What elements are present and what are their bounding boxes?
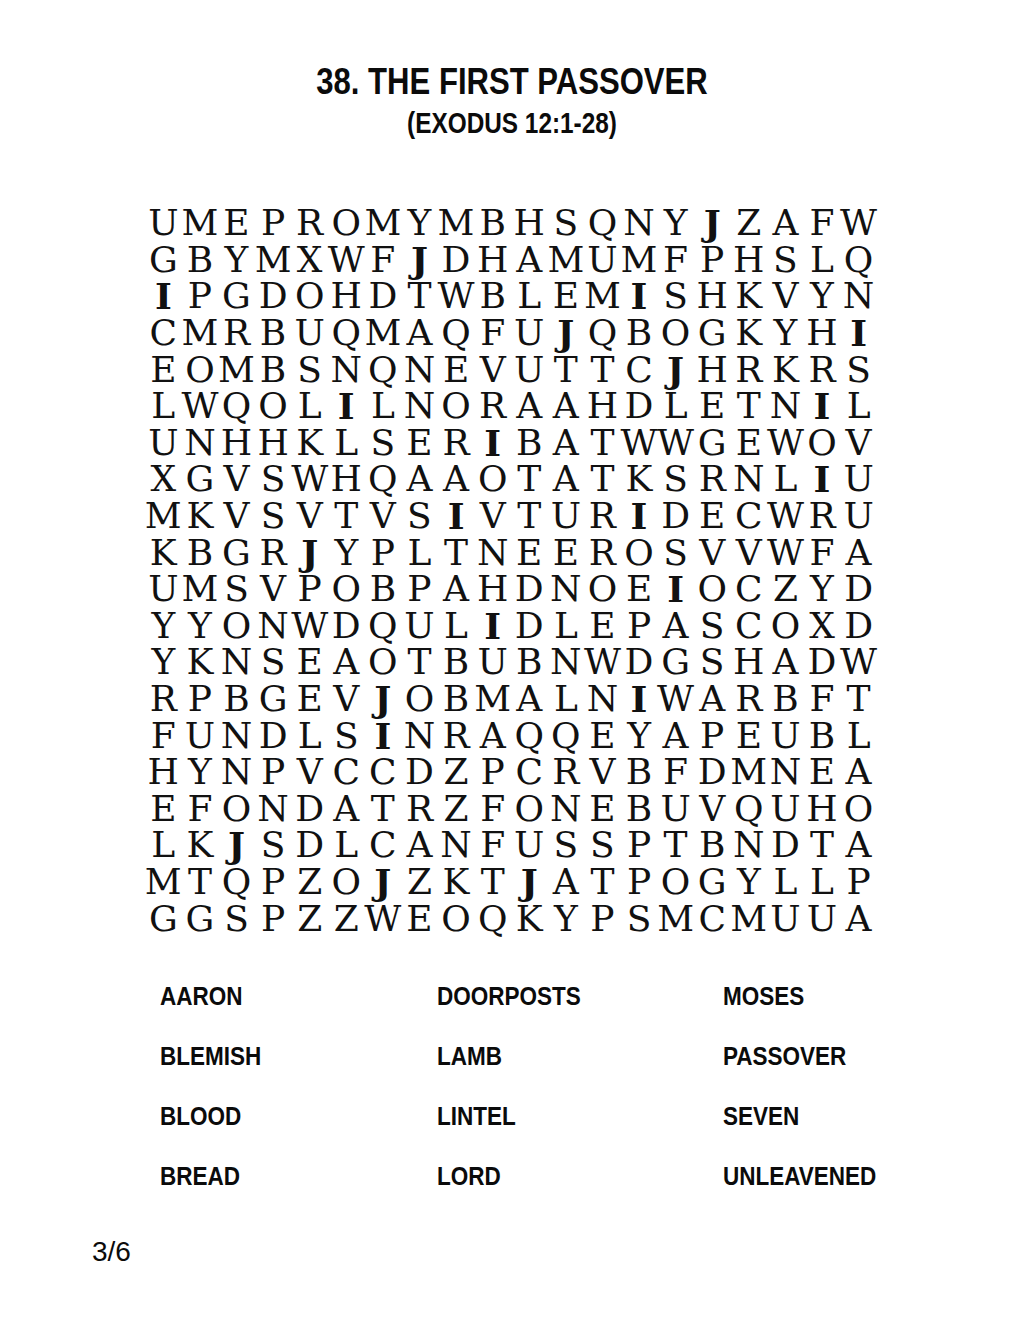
grid-cell-r5c7: Q [365, 351, 402, 388]
grid-cell-r18c7: C [365, 827, 402, 864]
grid-cell-r13c10: U [474, 644, 511, 681]
grid-cell-r6c5: L [291, 388, 328, 425]
grid-cell-r5c17: R [731, 351, 768, 388]
grid-cell-r6c13: H [584, 388, 621, 425]
grid-cell-r19c14: P [621, 864, 658, 901]
word-aaron: AARON [160, 966, 261, 1026]
grid-cell-r6c10: R [474, 388, 511, 425]
grid-cell-r17c2: F [182, 791, 219, 828]
grid-cell-r10c5: J [291, 534, 328, 571]
grid-cell-r19c9: K [438, 864, 475, 901]
word-lintel: LINTEL [437, 1086, 581, 1146]
grid-cell-r15c9: R [438, 717, 475, 754]
grid-cell-r17c10: F [474, 791, 511, 828]
word-unleavened: UNLEAVENED [723, 1146, 876, 1206]
grid-cell-r14c19: F [804, 681, 841, 718]
grid-cell-r1c18: A [767, 205, 804, 242]
grid-cell-r12c13: E [584, 608, 621, 645]
grid-cell-r8c18: L [767, 461, 804, 498]
grid-cell-r2c10: H [474, 242, 511, 279]
grid-cell-r7c20: V [840, 425, 877, 462]
grid-cell-r13c11: B [511, 644, 548, 681]
grid-cell-r9c16: E [694, 498, 731, 535]
grid-cell-r1c12: S [548, 205, 585, 242]
word-bread: BREAD [160, 1146, 261, 1206]
grid-cell-r17c15: U [657, 791, 694, 828]
grid-cell-r11c8: P [401, 571, 438, 608]
grid-cell-r17c20: O [840, 791, 877, 828]
grid-cell-r12c8: U [401, 608, 438, 645]
grid-cell-r16c18: N [767, 754, 804, 791]
grid-cell-r3c8: T [401, 278, 438, 315]
grid-cell-r7c3: H [218, 425, 255, 462]
grid-cell-r8c19: I [804, 461, 841, 498]
grid-cell-r4c12: J [548, 315, 585, 352]
grid-cell-r6c6: I [328, 388, 365, 425]
grid-cell-r16c14: B [621, 754, 658, 791]
grid-cell-r6c15: L [657, 388, 694, 425]
grid-cell-r12c19: X [804, 608, 841, 645]
grid-cell-r5c20: S [840, 351, 877, 388]
grid-cell-r12c10: I [474, 608, 511, 645]
grid-cell-r13c20: W [840, 644, 877, 681]
grid-cell-r1c4: P [255, 205, 292, 242]
grid-cell-r13c13: W [584, 644, 621, 681]
word-doorposts: DOORPOSTS [437, 966, 581, 1026]
grid-cell-r13c4: S [255, 644, 292, 681]
grid-cell-r14c2: P [182, 681, 219, 718]
grid-cell-r14c8: O [401, 681, 438, 718]
grid-cell-r13c14: D [621, 644, 658, 681]
grid-cell-r2c9: D [438, 242, 475, 279]
grid-cell-r11c1: U [145, 571, 182, 608]
grid-cell-r3c5: O [291, 278, 328, 315]
grid-cell-r5c8: N [401, 351, 438, 388]
grid-cell-r17c18: U [767, 791, 804, 828]
grid-cell-r11c12: N [548, 571, 585, 608]
grid-cell-r5c19: R [804, 351, 841, 388]
grid-cell-r12c1: Y [145, 608, 182, 645]
grid-cell-r2c13: U [584, 242, 621, 279]
grid-cell-r19c10: T [474, 864, 511, 901]
grid-cell-r3c17: K [731, 278, 768, 315]
grid-cell-r1c10: B [474, 205, 511, 242]
grid-cell-r7c14: W [621, 425, 658, 462]
grid-cell-r11c14: E [621, 571, 658, 608]
grid-cell-r13c6: A [328, 644, 365, 681]
grid-cell-r4c17: K [731, 315, 768, 352]
grid-cell-r1c16: J [694, 205, 731, 242]
grid-cell-r8c12: A [548, 461, 585, 498]
grid-cell-r9c2: K [182, 498, 219, 535]
grid-cell-r19c5: Z [291, 864, 328, 901]
grid-cell-r10c10: N [474, 534, 511, 571]
grid-cell-r14c16: A [694, 681, 731, 718]
grid-cell-r12c4: N [255, 608, 292, 645]
grid-cell-r6c8: N [401, 388, 438, 425]
grid-cell-r1c20: W [840, 205, 877, 242]
grid-cell-r1c9: M [438, 205, 475, 242]
grid-cell-r13c16: S [694, 644, 731, 681]
grid-cell-r5c12: T [548, 351, 585, 388]
grid-cell-r10c15: S [657, 534, 694, 571]
grid-cell-r18c4: S [255, 827, 292, 864]
grid-cell-r8c5: W [291, 461, 328, 498]
grid-cell-r17c1: E [145, 791, 182, 828]
grid-cell-r7c11: B [511, 425, 548, 462]
grid-cell-r10c7: P [365, 534, 402, 571]
grid-cell-r2c11: A [511, 242, 548, 279]
grid-cell-r18c11: U [511, 827, 548, 864]
grid-cell-r4c18: Y [767, 315, 804, 352]
grid-cell-r3c12: E [548, 278, 585, 315]
grid-cell-r2c8: J [401, 242, 438, 279]
grid-cell-r19c16: G [694, 864, 731, 901]
grid-cell-r6c9: O [438, 388, 475, 425]
grid-cell-r20c2: G [182, 900, 219, 937]
page-subtitle: (EXODUS 12:1-28) [82, 106, 942, 140]
grid-cell-r9c13: R [584, 498, 621, 535]
grid-cell-r5c14: C [621, 351, 658, 388]
grid-cell-r2c15: F [657, 242, 694, 279]
grid-cell-r14c14: I [621, 681, 658, 718]
grid-cell-r12c18: O [767, 608, 804, 645]
grid-cell-r2c19: L [804, 242, 841, 279]
grid-cell-r6c12: A [548, 388, 585, 425]
grid-cell-r10c9: T [438, 534, 475, 571]
grid-cell-r7c6: L [328, 425, 365, 462]
grid-cell-r20c16: C [694, 900, 731, 937]
grid-cell-r11c6: O [328, 571, 365, 608]
grid-cell-r13c9: B [438, 644, 475, 681]
grid-cell-r1c17: Z [731, 205, 768, 242]
grid-cell-r17c5: D [291, 791, 328, 828]
grid-cell-r15c6: S [328, 717, 365, 754]
grid-cell-r4c7: M [365, 315, 402, 352]
grid-cell-r10c20: A [840, 534, 877, 571]
grid-cell-r6c3: Q [218, 388, 255, 425]
grid-cell-r5c9: E [438, 351, 475, 388]
grid-cell-r1c19: F [804, 205, 841, 242]
grid-cell-r5c6: N [328, 351, 365, 388]
grid-cell-r4c3: R [218, 315, 255, 352]
grid-cell-r18c2: K [182, 827, 219, 864]
grid-cell-r16c20: A [840, 754, 877, 791]
grid-cell-r5c1: E [145, 351, 182, 388]
grid-cell-r20c18: U [767, 900, 804, 937]
grid-cell-r3c1: I [145, 278, 182, 315]
grid-cell-r15c18: U [767, 717, 804, 754]
grid-cell-r8c8: A [401, 461, 438, 498]
grid-cell-r14c12: L [548, 681, 585, 718]
grid-cell-r15c14: Y [621, 717, 658, 754]
grid-cell-r5c3: M [218, 351, 255, 388]
word-blemish: BLEMISH [160, 1026, 261, 1086]
grid-cell-r15c1: F [145, 717, 182, 754]
grid-cell-r10c19: F [804, 534, 841, 571]
grid-cell-r3c20: N [840, 278, 877, 315]
grid-cell-r5c5: S [291, 351, 328, 388]
grid-cell-r12c12: L [548, 608, 585, 645]
grid-cell-r17c12: N [548, 791, 585, 828]
grid-cell-r20c1: G [145, 900, 182, 937]
grid-cell-r9c6: T [328, 498, 365, 535]
grid-cell-r3c14: I [621, 278, 658, 315]
grid-cell-r7c15: W [657, 425, 694, 462]
grid-cell-r6c18: N [767, 388, 804, 425]
grid-cell-r10c2: B [182, 534, 219, 571]
grid-cell-r9c11: T [511, 498, 548, 535]
grid-cell-r10c1: K [145, 534, 182, 571]
grid-cell-r6c7: L [365, 388, 402, 425]
word-list: AARONBLEMISHBLOODBREADDOORPOSTSLAMBLINTE… [0, 966, 1024, 1216]
grid-cell-r14c15: W [657, 681, 694, 718]
grid-cell-r16c13: V [584, 754, 621, 791]
grid-cell-r11c20: D [840, 571, 877, 608]
grid-cell-r7c9: R [438, 425, 475, 462]
grid-cell-r8c20: U [840, 461, 877, 498]
grid-cell-r8c7: Q [365, 461, 402, 498]
grid-cell-r16c16: D [694, 754, 731, 791]
grid-cell-r9c4: S [255, 498, 292, 535]
grid-cell-r7c2: N [182, 425, 219, 462]
grid-cell-r9c15: D [657, 498, 694, 535]
grid-cell-r15c4: D [255, 717, 292, 754]
word-moses: MOSES [723, 966, 876, 1026]
grid-cell-r7c10: I [474, 425, 511, 462]
grid-cell-r2c1: G [145, 242, 182, 279]
grid-cell-r6c1: L [145, 388, 182, 425]
grid-cell-r2c3: Y [218, 242, 255, 279]
grid-cell-r7c5: K [291, 425, 328, 462]
grid-cell-r14c1: R [145, 681, 182, 718]
grid-cell-r18c15: T [657, 827, 694, 864]
grid-cell-r14c9: B [438, 681, 475, 718]
grid-cell-r12c11: D [511, 608, 548, 645]
grid-cell-r10c18: W [767, 534, 804, 571]
grid-cell-r19c1: M [145, 864, 182, 901]
grid-cell-r2c2: B [182, 242, 219, 279]
grid-cell-r4c15: O [657, 315, 694, 352]
grid-cell-r18c16: B [694, 827, 731, 864]
grid-cell-r2c6: W [328, 242, 365, 279]
grid-cell-r5c4: B [255, 351, 292, 388]
grid-cell-r5c18: K [767, 351, 804, 388]
grid-cell-r18c18: D [767, 827, 804, 864]
grid-cell-r18c1: L [145, 827, 182, 864]
grid-cell-r17c8: R [401, 791, 438, 828]
word-list-column-2: DOORPOSTSLAMBLINTELLORD [437, 966, 597, 1206]
grid-cell-r1c5: R [291, 205, 328, 242]
grid-cell-r10c6: Y [328, 534, 365, 571]
grid-cell-r11c11: D [511, 571, 548, 608]
grid-cell-r20c9: O [438, 900, 475, 937]
grid-cell-r14c13: N [584, 681, 621, 718]
grid-cell-r9c1: M [145, 498, 182, 535]
grid-cell-r20c14: S [621, 900, 658, 937]
grid-cell-r10c17: V [731, 534, 768, 571]
grid-cell-r5c11: U [511, 351, 548, 388]
grid-cell-r20c11: K [511, 900, 548, 937]
grid-cell-r2c20: Q [840, 242, 877, 279]
grid-cell-r17c4: N [255, 791, 292, 828]
grid-cell-r19c3: Q [218, 864, 255, 901]
grid-cell-r11c18: Z [767, 571, 804, 608]
page-indicator: 3/6 [92, 1238, 131, 1266]
grid-cell-r14c11: A [511, 681, 548, 718]
grid-cell-r13c19: D [804, 644, 841, 681]
grid-cell-r13c17: H [731, 644, 768, 681]
grid-cell-r7c7: S [365, 425, 402, 462]
grid-cell-r7c17: E [731, 425, 768, 462]
grid-cell-r12c2: Y [182, 608, 219, 645]
grid-cell-r16c17: M [731, 754, 768, 791]
grid-cell-r11c2: M [182, 571, 219, 608]
grid-cell-r20c10: Q [474, 900, 511, 937]
grid-cell-r6c19: I [804, 388, 841, 425]
grid-cell-r17c6: A [328, 791, 365, 828]
grid-cell-r15c15: A [657, 717, 694, 754]
grid-cell-r18c20: A [840, 827, 877, 864]
grid-cell-r12c9: L [438, 608, 475, 645]
grid-cell-r9c12: U [548, 498, 585, 535]
grid-cell-r3c13: M [584, 278, 621, 315]
grid-cell-r19c20: P [840, 864, 877, 901]
grid-cell-r18c5: D [291, 827, 328, 864]
grid-cell-r16c1: H [145, 754, 182, 791]
grid-cell-r4c2: M [182, 315, 219, 352]
grid-cell-r16c3: N [218, 754, 255, 791]
grid-cell-r16c7: C [365, 754, 402, 791]
page-title: 38. THE FIRST PASSOVER [82, 62, 942, 102]
grid-cell-r19c13: T [584, 864, 621, 901]
grid-cell-r10c14: O [621, 534, 658, 571]
word-list-column-1: AARONBLEMISHBLOODBREAD [160, 966, 273, 1206]
grid-cell-r20c17: M [731, 900, 768, 937]
word-blood: BLOOD [160, 1086, 261, 1146]
grid-cell-r12c3: O [218, 608, 255, 645]
grid-cell-r2c4: M [255, 242, 292, 279]
grid-cell-r11c9: A [438, 571, 475, 608]
grid-cell-r16c10: P [474, 754, 511, 791]
grid-cell-r18c8: A [401, 827, 438, 864]
grid-cell-r20c5: Z [291, 900, 328, 937]
grid-cell-r16c11: C [511, 754, 548, 791]
grid-cell-r15c10: A [474, 717, 511, 754]
grid-cell-r19c15: O [657, 864, 694, 901]
grid-cell-r15c7: I [365, 717, 402, 754]
grid-cell-r13c7: O [365, 644, 402, 681]
grid-cell-r15c3: N [218, 717, 255, 754]
grid-cell-r16c19: E [804, 754, 841, 791]
grid-cell-r12c5: W [291, 608, 328, 645]
grid-cell-r19c8: Z [401, 864, 438, 901]
grid-cell-r5c13: T [584, 351, 621, 388]
grid-cell-r14c7: J [365, 681, 402, 718]
grid-cell-r4c6: Q [328, 315, 365, 352]
word-seven: SEVEN [723, 1086, 876, 1146]
grid-cell-r18c17: N [731, 827, 768, 864]
grid-cell-r3c7: D [365, 278, 402, 315]
grid-cell-r4c20: I [840, 315, 877, 352]
grid-cell-r15c19: B [804, 717, 841, 754]
grid-cell-r1c6: O [328, 205, 365, 242]
grid-cell-r7c8: E [401, 425, 438, 462]
grid-cell-r13c5: E [291, 644, 328, 681]
grid-cell-r3c16: H [694, 278, 731, 315]
grid-cell-r11c15: I [657, 571, 694, 608]
grid-cell-r7c13: T [584, 425, 621, 462]
grid-cell-r6c20: L [840, 388, 877, 425]
grid-cell-r17c14: B [621, 791, 658, 828]
grid-cell-r1c1: U [145, 205, 182, 242]
grid-cell-r16c6: C [328, 754, 365, 791]
grid-cell-r8c17: N [731, 461, 768, 498]
grid-cell-r13c12: N [548, 644, 585, 681]
grid-cell-r6c17: T [731, 388, 768, 425]
grid-cell-r18c19: T [804, 827, 841, 864]
grid-cell-r1c3: E [218, 205, 255, 242]
grid-cell-r3c3: G [218, 278, 255, 315]
grid-cell-r8c14: K [621, 461, 658, 498]
word-search-grid: UMEPROMYMBHSQNYJZAFWGBYMXWFJDHAMUMFPHSLQ… [145, 205, 877, 937]
grid-cell-r17c3: O [218, 791, 255, 828]
grid-cell-r14c17: R [731, 681, 768, 718]
grid-cell-r18c3: J [218, 827, 255, 864]
grid-cell-r20c6: Z [328, 900, 365, 937]
grid-cell-r16c5: V [291, 754, 328, 791]
grid-cell-r4c19: H [804, 315, 841, 352]
grid-cell-r5c15: J [657, 351, 694, 388]
grid-cell-r18c12: S [548, 827, 585, 864]
grid-cell-r13c2: K [182, 644, 219, 681]
grid-cell-r2c14: M [621, 242, 658, 279]
grid-cell-r11c16: O [694, 571, 731, 608]
grid-cell-r17c13: E [584, 791, 621, 828]
grid-cell-r3c2: P [182, 278, 219, 315]
grid-cell-r13c1: Y [145, 644, 182, 681]
grid-cell-r20c13: P [584, 900, 621, 937]
grid-cell-r16c4: P [255, 754, 292, 791]
grid-cell-r8c6: H [328, 461, 365, 498]
grid-cell-r1c8: Y [401, 205, 438, 242]
grid-cell-r11c3: S [218, 571, 255, 608]
grid-cell-r9c14: I [621, 498, 658, 535]
grid-cell-r19c4: P [255, 864, 292, 901]
grid-cell-r3c15: S [657, 278, 694, 315]
grid-cell-r20c7: W [365, 900, 402, 937]
grid-cell-r7c18: W [767, 425, 804, 462]
word-passover: PASSOVER [723, 1026, 876, 1086]
grid-cell-r9c20: U [840, 498, 877, 535]
grid-cell-r14c10: M [474, 681, 511, 718]
grid-cell-r8c9: A [438, 461, 475, 498]
grid-cell-r2c18: S [767, 242, 804, 279]
grid-cell-r9c18: W [767, 498, 804, 535]
grid-cell-r15c20: L [840, 717, 877, 754]
grid-cell-r20c12: Y [548, 900, 585, 937]
grid-cell-r6c11: A [511, 388, 548, 425]
grid-cell-r8c3: V [218, 461, 255, 498]
grid-cell-r12c15: A [657, 608, 694, 645]
grid-cell-r6c4: O [255, 388, 292, 425]
grid-cell-r4c10: F [474, 315, 511, 352]
grid-cell-r12c16: S [694, 608, 731, 645]
grid-cell-r15c13: E [584, 717, 621, 754]
grid-cell-r8c2: G [182, 461, 219, 498]
word-lamb: LAMB [437, 1026, 581, 1086]
grid-cell-r1c7: M [365, 205, 402, 242]
